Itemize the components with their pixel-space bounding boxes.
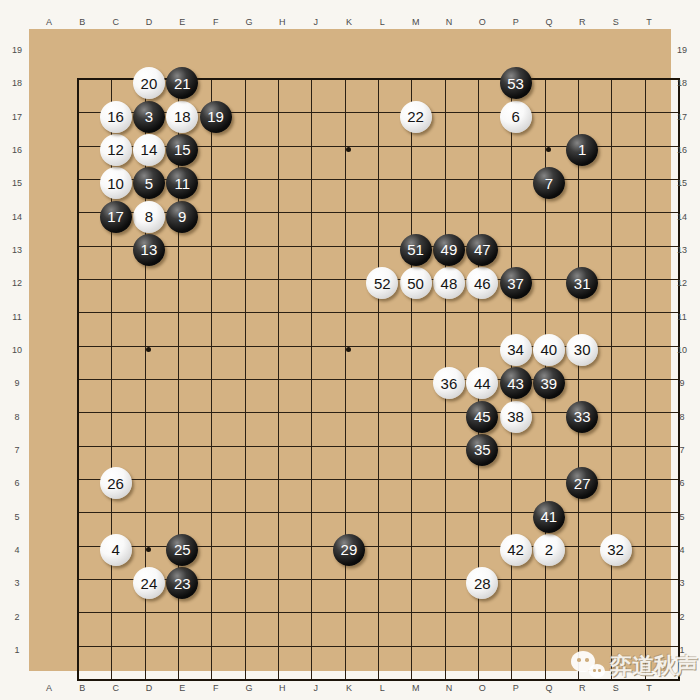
- row-label-right-15: 15: [677, 178, 687, 188]
- stone-black-39: 39: [533, 367, 565, 399]
- column-label-top-h: H: [279, 17, 286, 27]
- column-label-top-g: G: [245, 17, 252, 27]
- column-label-top-c: C: [112, 17, 119, 27]
- column-label-top-p: P: [513, 17, 519, 27]
- row-label-left-9: 9: [14, 378, 19, 388]
- star-point-d10: [146, 347, 151, 352]
- row-label-left-17: 17: [12, 112, 22, 122]
- row-label-right-18: 18: [677, 78, 687, 88]
- column-label-bottom-m: M: [412, 683, 420, 693]
- stone-black-37: 37: [500, 267, 532, 299]
- stone-black-29: 29: [333, 534, 365, 566]
- column-label-top-m: M: [412, 17, 420, 27]
- row-label-left-5: 5: [14, 512, 19, 522]
- column-label-top-t: T: [646, 17, 652, 27]
- column-label-bottom-f: F: [213, 683, 219, 693]
- row-label-left-2: 2: [14, 612, 19, 622]
- stone-black-45: 45: [466, 401, 498, 433]
- column-label-bottom-d: D: [146, 683, 153, 693]
- stone-white-10: 10: [100, 167, 132, 199]
- board-grid: 1234567891011121314151617181920212223242…: [32, 33, 665, 666]
- stone-black-15: 15: [166, 134, 198, 166]
- row-label-left-13: 13: [12, 245, 22, 255]
- stone-white-34: 34: [500, 334, 532, 366]
- stone-white-24: 24: [133, 567, 165, 599]
- row-label-left-10: 10: [12, 345, 22, 355]
- column-label-top-l: L: [380, 17, 385, 27]
- stone-black-11: 11: [166, 167, 198, 199]
- row-label-left-11: 11: [12, 312, 21, 322]
- stone-black-27: 27: [566, 467, 598, 499]
- stone-white-32: 32: [600, 534, 632, 566]
- row-label-right-9: 9: [679, 378, 684, 388]
- watermark: 弈道秋声: [570, 649, 698, 683]
- column-label-bottom-j: J: [313, 683, 318, 693]
- column-label-bottom-r: R: [579, 683, 586, 693]
- stone-white-40: 40: [533, 334, 565, 366]
- stone-white-44: 44: [466, 367, 498, 399]
- stone-black-3: 3: [133, 101, 165, 133]
- row-label-left-15: 15: [12, 178, 22, 188]
- watermark-text: 弈道秋声: [610, 651, 698, 681]
- star-point-d4: [146, 547, 151, 552]
- stone-white-4: 4: [100, 534, 132, 566]
- stone-black-1: 1: [566, 134, 598, 166]
- row-label-left-7: 7: [14, 445, 19, 455]
- stone-white-14: 14: [133, 134, 165, 166]
- stone-black-41: 41: [533, 501, 565, 533]
- row-label-left-6: 6: [14, 478, 19, 488]
- row-label-right-5: 5: [679, 512, 684, 522]
- row-label-right-2: 2: [679, 612, 684, 622]
- column-label-top-k: K: [346, 17, 352, 27]
- stone-white-50: 50: [400, 267, 432, 299]
- row-label-left-4: 4: [14, 545, 19, 555]
- column-label-bottom-n: N: [446, 683, 453, 693]
- row-label-left-16: 16: [12, 145, 22, 155]
- row-label-left-3: 3: [14, 578, 19, 588]
- column-label-bottom-t: T: [646, 683, 652, 693]
- row-label-right-16: 16: [677, 145, 687, 155]
- column-label-bottom-q: Q: [545, 683, 552, 693]
- column-label-bottom-k: K: [346, 683, 352, 693]
- row-label-left-14: 14: [12, 212, 22, 222]
- star-point-k16: [346, 147, 351, 152]
- stone-white-16: 16: [100, 101, 132, 133]
- star-point-k10: [346, 347, 351, 352]
- stone-white-8: 8: [133, 201, 165, 233]
- row-label-right-10: 10: [677, 345, 687, 355]
- stone-white-28: 28: [466, 567, 498, 599]
- column-label-top-q: Q: [545, 17, 552, 27]
- stone-black-7: 7: [533, 167, 565, 199]
- stone-black-5: 5: [133, 167, 165, 199]
- stone-black-49: 49: [433, 234, 465, 266]
- stone-white-20: 20: [133, 67, 165, 99]
- stone-black-25: 25: [166, 534, 198, 566]
- stone-white-36: 36: [433, 367, 465, 399]
- row-label-left-1: 1: [14, 645, 19, 655]
- row-label-left-12: 12: [12, 278, 22, 288]
- stone-white-52: 52: [366, 267, 398, 299]
- column-label-bottom-c: C: [112, 683, 119, 693]
- stone-white-42: 42: [500, 534, 532, 566]
- stone-black-35: 35: [466, 434, 498, 466]
- row-label-right-4: 4: [679, 545, 684, 555]
- column-label-top-f: F: [213, 17, 219, 27]
- stone-white-26: 26: [100, 467, 132, 499]
- row-label-right-19: 19: [677, 45, 687, 55]
- row-label-right-14: 14: [677, 212, 687, 222]
- row-label-right-17: 17: [677, 112, 687, 122]
- stone-white-6: 6: [500, 101, 532, 133]
- column-label-bottom-l: L: [380, 683, 385, 693]
- stone-black-17: 17: [100, 201, 132, 233]
- stone-black-23: 23: [166, 567, 198, 599]
- column-label-top-n: N: [446, 17, 453, 27]
- column-label-bottom-e: E: [179, 683, 185, 693]
- stone-black-21: 21: [166, 67, 198, 99]
- column-label-top-j: J: [313, 17, 318, 27]
- row-label-right-13: 13: [677, 245, 687, 255]
- row-label-left-18: 18: [12, 78, 22, 88]
- column-label-top-b: B: [79, 17, 85, 27]
- stone-white-18: 18: [166, 101, 198, 133]
- column-label-bottom-p: P: [513, 683, 519, 693]
- column-label-top-e: E: [179, 17, 185, 27]
- stone-black-47: 47: [466, 234, 498, 266]
- row-label-right-7: 7: [679, 445, 684, 455]
- row-label-right-6: 6: [679, 478, 684, 488]
- column-label-bottom-a: A: [46, 683, 52, 693]
- stone-white-12: 12: [100, 134, 132, 166]
- stone-black-13: 13: [133, 234, 165, 266]
- stone-black-9: 9: [166, 201, 198, 233]
- stone-white-46: 46: [466, 267, 498, 299]
- wechat-bubble-small: [589, 664, 605, 678]
- column-label-top-o: O: [479, 17, 486, 27]
- column-label-top-d: D: [146, 17, 153, 27]
- wechat-icon: [570, 649, 606, 683]
- stone-black-31: 31: [566, 267, 598, 299]
- stone-white-48: 48: [433, 267, 465, 299]
- column-label-bottom-o: O: [479, 683, 486, 693]
- stone-white-2: 2: [533, 534, 565, 566]
- stone-black-43: 43: [500, 367, 532, 399]
- column-label-bottom-g: G: [245, 683, 252, 693]
- row-label-left-8: 8: [14, 412, 19, 422]
- star-point-q16: [546, 147, 551, 152]
- row-label-right-11: 11: [677, 312, 686, 322]
- row-label-left-19: 19: [12, 45, 22, 55]
- column-label-top-a: A: [46, 17, 52, 27]
- stone-white-22: 22: [400, 101, 432, 133]
- stone-white-38: 38: [500, 401, 532, 433]
- stone-black-51: 51: [400, 234, 432, 266]
- stone-black-19: 19: [200, 101, 232, 133]
- stone-white-30: 30: [566, 334, 598, 366]
- column-label-top-s: S: [613, 17, 619, 27]
- row-label-right-3: 3: [679, 578, 684, 588]
- row-label-right-8: 8: [679, 412, 684, 422]
- stone-black-53: 53: [500, 67, 532, 99]
- column-label-bottom-b: B: [79, 683, 85, 693]
- column-label-bottom-s: S: [613, 683, 619, 693]
- stone-black-33: 33: [566, 401, 598, 433]
- column-label-bottom-h: H: [279, 683, 286, 693]
- column-label-top-r: R: [579, 17, 586, 27]
- row-label-right-12: 12: [677, 278, 687, 288]
